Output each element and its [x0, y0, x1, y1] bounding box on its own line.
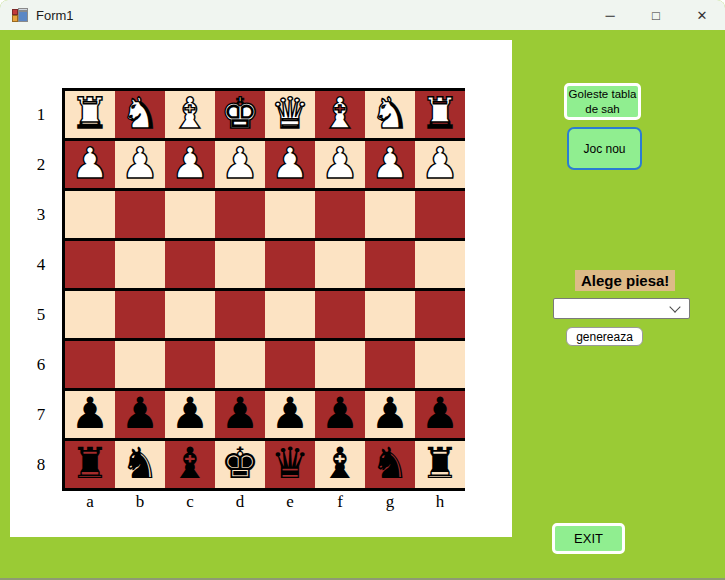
- square-b8: ♞: [115, 441, 165, 488]
- file-labels: abcdefgh: [65, 491, 465, 513]
- black-pawn: ♟: [171, 392, 210, 435]
- square-c6: [165, 341, 215, 388]
- square-h6: [415, 341, 465, 388]
- rank-labels: 12345678: [28, 91, 54, 488]
- square-b5: [115, 291, 165, 338]
- winforms-app-icon: [12, 7, 28, 23]
- app-window: Form1 ─ □ ✕ 12345678 ♜♞♝♚♛♝♞♜♟♟♟♟♟♟♟♟♟♟♟…: [0, 0, 725, 580]
- square-h8: ♜: [415, 441, 465, 488]
- white-king: ♚: [221, 92, 260, 135]
- square-a4: [65, 241, 115, 288]
- chess-board: ♜♞♝♚♛♝♞♜♟♟♟♟♟♟♟♟♟♟♟♟♟♟♟♟♜♞♝♚♛♝♞♜: [62, 88, 465, 491]
- rank-label-2: 2: [28, 141, 54, 188]
- black-pawn: ♟: [271, 392, 310, 435]
- square-h4: [415, 241, 465, 288]
- white-pawn: ♟: [321, 142, 360, 185]
- generate-button[interactable]: genereaza: [566, 327, 643, 346]
- square-h2: ♟: [415, 141, 465, 188]
- black-pawn: ♟: [371, 392, 410, 435]
- square-d1: ♚: [215, 91, 265, 138]
- rank-label-8: 8: [28, 441, 54, 488]
- black-rook: ♜: [71, 442, 110, 485]
- square-d4: [215, 241, 265, 288]
- square-h1: ♜: [415, 91, 465, 138]
- square-e3: [265, 191, 315, 238]
- white-bishop: ♝: [171, 92, 210, 135]
- white-pawn: ♟: [421, 142, 460, 185]
- square-b1: ♞: [115, 91, 165, 138]
- file-label-a: a: [65, 491, 115, 513]
- black-queen: ♛: [271, 442, 310, 485]
- square-e8: ♛: [265, 441, 315, 488]
- black-pawn: ♟: [221, 392, 260, 435]
- black-pawn: ♟: [421, 392, 460, 435]
- square-f5: [315, 291, 365, 338]
- file-label-e: e: [265, 491, 315, 513]
- file-label-g: g: [365, 491, 415, 513]
- exit-button[interactable]: EXIT: [552, 523, 625, 554]
- square-h3: [415, 191, 465, 238]
- square-a5: [65, 291, 115, 338]
- black-knight: ♞: [121, 442, 160, 485]
- close-icon[interactable]: ✕: [679, 0, 725, 30]
- square-c4: [165, 241, 215, 288]
- square-f8: ♝: [315, 441, 365, 488]
- square-f1: ♝: [315, 91, 365, 138]
- square-c8: ♝: [165, 441, 215, 488]
- square-b6: [115, 341, 165, 388]
- square-c2: ♟: [165, 141, 215, 188]
- square-d7: ♟: [215, 391, 265, 438]
- square-f4: [315, 241, 365, 288]
- window-titlebar: Form1 ─ □ ✕: [0, 0, 725, 30]
- square-g6: [365, 341, 415, 388]
- square-c7: ♟: [165, 391, 215, 438]
- file-label-d: d: [215, 491, 265, 513]
- square-a6: [65, 341, 115, 388]
- square-g1: ♞: [365, 91, 415, 138]
- window-title: Form1: [36, 8, 74, 23]
- square-f6: [315, 341, 365, 388]
- square-h7: ♟: [415, 391, 465, 438]
- white-bishop: ♝: [321, 92, 360, 135]
- choose-piece-label: Alege piesa!: [575, 270, 675, 291]
- file-label-h: h: [415, 491, 465, 513]
- new-game-button[interactable]: Joc nou: [567, 127, 642, 170]
- square-d5: [215, 291, 265, 338]
- file-label-b: b: [115, 491, 165, 513]
- white-knight: ♞: [121, 92, 160, 135]
- rank-label-4: 4: [28, 241, 54, 288]
- white-pawn: ♟: [71, 142, 110, 185]
- rank-label-3: 3: [28, 191, 54, 238]
- square-a2: ♟: [65, 141, 115, 188]
- square-d3: [215, 191, 265, 238]
- square-a8: ♜: [65, 441, 115, 488]
- file-label-c: c: [165, 491, 215, 513]
- square-e1: ♛: [265, 91, 315, 138]
- maximize-icon[interactable]: □: [633, 0, 679, 30]
- black-king: ♚: [221, 442, 260, 485]
- rank-label-1: 1: [28, 91, 54, 138]
- rank-label-7: 7: [28, 391, 54, 438]
- square-e5: [265, 291, 315, 338]
- rank-label-6: 6: [28, 341, 54, 388]
- square-e4: [265, 241, 315, 288]
- white-queen: ♛: [271, 92, 310, 135]
- black-bishop: ♝: [321, 442, 360, 485]
- square-h5: [415, 291, 465, 338]
- square-g5: [365, 291, 415, 338]
- square-f3: [315, 191, 365, 238]
- window-controls: ─ □ ✕: [587, 0, 725, 30]
- square-g3: [365, 191, 415, 238]
- square-g2: ♟: [365, 141, 415, 188]
- square-b2: ♟: [115, 141, 165, 188]
- square-b3: [115, 191, 165, 238]
- white-pawn: ♟: [171, 142, 210, 185]
- piece-select[interactable]: [553, 298, 690, 319]
- square-b4: [115, 241, 165, 288]
- white-rook: ♜: [421, 92, 460, 135]
- black-pawn: ♟: [71, 392, 110, 435]
- square-e6: [265, 341, 315, 388]
- file-label-f: f: [315, 491, 365, 513]
- black-pawn: ♟: [321, 392, 360, 435]
- rank-label-5: 5: [28, 291, 54, 338]
- black-knight: ♞: [371, 442, 410, 485]
- square-f2: ♟: [315, 141, 365, 188]
- square-e2: ♟: [265, 141, 315, 188]
- clear-board-button[interactable]: Goleste tabla de sah: [564, 83, 641, 120]
- white-pawn: ♟: [371, 142, 410, 185]
- white-knight: ♞: [371, 92, 410, 135]
- square-c3: [165, 191, 215, 238]
- square-d6: [215, 341, 265, 388]
- black-pawn: ♟: [121, 392, 160, 435]
- square-b7: ♟: [115, 391, 165, 438]
- square-d2: ♟: [215, 141, 265, 188]
- minimize-icon[interactable]: ─: [587, 0, 633, 30]
- square-f7: ♟: [315, 391, 365, 438]
- chevron-down-icon: [669, 301, 680, 312]
- white-pawn: ♟: [221, 142, 260, 185]
- black-rook: ♜: [421, 442, 460, 485]
- square-g8: ♞: [365, 441, 415, 488]
- square-g7: ♟: [365, 391, 415, 438]
- white-pawn: ♟: [271, 142, 310, 185]
- black-bishop: ♝: [171, 442, 210, 485]
- white-rook: ♜: [71, 92, 110, 135]
- square-d8: ♚: [215, 441, 265, 488]
- square-a7: ♟: [65, 391, 115, 438]
- square-a3: [65, 191, 115, 238]
- white-pawn: ♟: [121, 142, 160, 185]
- square-a1: ♜: [65, 91, 115, 138]
- square-c5: [165, 291, 215, 338]
- square-g4: [365, 241, 415, 288]
- square-e7: ♟: [265, 391, 315, 438]
- square-c1: ♝: [165, 91, 215, 138]
